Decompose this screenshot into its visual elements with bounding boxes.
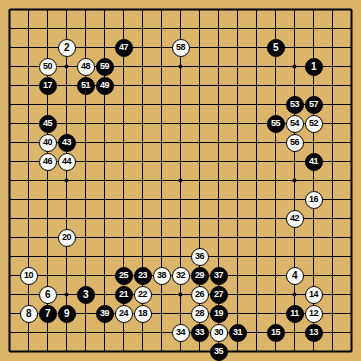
move-number: 22 — [138, 290, 147, 299]
stone-W-L4[interactable]: 26 — [191, 286, 209, 304]
move-number: 27 — [214, 290, 223, 299]
stone-B-C15[interactable]: 17 — [39, 77, 57, 95]
move-number: 9 — [64, 309, 69, 319]
stone-B-C13[interactable]: 45 — [39, 115, 57, 133]
stone-B-P2[interactable]: 15 — [267, 324, 285, 342]
move-number: 41 — [309, 157, 318, 166]
move-number: 36 — [195, 252, 204, 261]
stone-B-M3[interactable]: 19 — [210, 305, 228, 323]
move-number: 58 — [176, 43, 185, 52]
stone-W-C4[interactable]: 6 — [39, 286, 57, 304]
stone-B-M1[interactable]: 35 — [210, 343, 228, 361]
move-number: 26 — [195, 290, 204, 299]
move-number: 39 — [100, 309, 109, 318]
move-number: 56 — [290, 138, 299, 147]
move-number: 59 — [100, 62, 109, 71]
move-number: 53 — [290, 100, 299, 109]
move-number: 15 — [271, 328, 280, 337]
stone-W-Q13[interactable]: 54 — [286, 115, 304, 133]
move-number: 29 — [195, 271, 204, 280]
move-number: 11 — [290, 309, 299, 318]
move-number: 18 — [138, 309, 147, 318]
move-number: 42 — [290, 214, 299, 223]
move-number: 45 — [43, 119, 52, 128]
stone-W-K5[interactable]: 32 — [172, 267, 190, 285]
move-number: 54 — [290, 119, 299, 128]
move-number: 47 — [119, 43, 128, 52]
stone-W-K17[interactable]: 58 — [172, 39, 190, 57]
move-number: 4 — [292, 271, 297, 281]
move-number: 10 — [24, 271, 33, 280]
move-number: 43 — [62, 138, 71, 147]
stone-B-F16[interactable]: 59 — [96, 58, 114, 76]
stone-B-M4[interactable]: 27 — [210, 286, 228, 304]
stone-W-R9[interactable]: 16 — [305, 191, 323, 209]
move-number: 14 — [309, 290, 318, 299]
stone-B-Q3[interactable]: 11 — [286, 305, 304, 323]
stone-W-L6[interactable]: 36 — [191, 248, 209, 266]
stone-B-H5[interactable]: 23 — [134, 267, 152, 285]
stone-B-L2[interactable]: 33 — [191, 324, 209, 342]
stone-B-D3[interactable]: 9 — [58, 305, 76, 323]
move-number: 28 — [195, 309, 204, 318]
move-number: 51 — [81, 81, 90, 90]
stone-W-H4[interactable]: 22 — [134, 286, 152, 304]
move-number: 21 — [119, 290, 128, 299]
move-number: 37 — [214, 271, 223, 280]
stone-W-H3[interactable]: 18 — [134, 305, 152, 323]
move-number: 25 — [119, 271, 128, 280]
move-number: 57 — [309, 100, 318, 109]
move-number: 17 — [43, 81, 52, 90]
stone-W-D7[interactable]: 20 — [58, 229, 76, 247]
move-number: 19 — [214, 309, 223, 318]
move-number: 16 — [309, 195, 318, 204]
stone-W-C12[interactable]: 40 — [39, 134, 57, 152]
stone-B-M5[interactable]: 37 — [210, 267, 228, 285]
stone-B-R16[interactable]: 1 — [305, 58, 323, 76]
move-number: 44 — [62, 157, 71, 166]
stone-W-D17[interactable]: 2 — [58, 39, 76, 57]
move-number: 34 — [176, 328, 185, 337]
move-number: 31 — [233, 328, 242, 337]
stone-B-N2[interactable]: 31 — [229, 324, 247, 342]
stone-W-K2[interactable]: 34 — [172, 324, 190, 342]
move-number: 33 — [195, 328, 204, 337]
stone-B-R2[interactable]: 13 — [305, 324, 323, 342]
move-number: 3 — [83, 290, 88, 300]
stone-B-G17[interactable]: 47 — [115, 39, 133, 57]
move-number: 35 — [214, 347, 223, 356]
stone-W-E16[interactable]: 48 — [77, 58, 95, 76]
move-number: 46 — [43, 157, 52, 166]
move-number: 32 — [176, 271, 185, 280]
stone-W-L3[interactable]: 28 — [191, 305, 209, 323]
stone-B-E15[interactable]: 51 — [77, 77, 95, 95]
move-number: 40 — [43, 138, 52, 147]
move-number: 23 — [138, 271, 147, 280]
move-number: 52 — [309, 119, 318, 128]
stone-B-P17[interactable]: 5 — [267, 39, 285, 57]
move-number: 7 — [45, 309, 50, 319]
move-number: 5 — [273, 43, 278, 53]
stone-B-P13[interactable]: 55 — [267, 115, 285, 133]
move-number: 50 — [43, 62, 52, 71]
move-number: 6 — [45, 290, 50, 300]
stone-B-F3[interactable]: 39 — [96, 305, 114, 323]
move-number: 38 — [157, 271, 166, 280]
stone-B-G5[interactable]: 25 — [115, 267, 133, 285]
move-number: 30 — [214, 328, 223, 337]
stone-W-Q5[interactable]: 4 — [286, 267, 304, 285]
move-number: 48 — [81, 62, 90, 71]
move-number: 13 — [309, 328, 318, 337]
stones-layer[interactable]: 1234567891011121314151617181920212223242… — [0, 0, 361, 361]
stone-W-B3[interactable]: 8 — [20, 305, 38, 323]
stone-W-Q12[interactable]: 56 — [286, 134, 304, 152]
stone-B-C3[interactable]: 7 — [39, 305, 57, 323]
stone-B-D12[interactable]: 43 — [58, 134, 76, 152]
stone-B-R11[interactable]: 41 — [305, 153, 323, 171]
move-number: 8 — [26, 309, 31, 319]
stone-W-Q8[interactable]: 42 — [286, 210, 304, 228]
stone-W-R4[interactable]: 14 — [305, 286, 323, 304]
stone-W-M2[interactable]: 30 — [210, 324, 228, 342]
move-number: 24 — [119, 309, 128, 318]
stone-B-L5[interactable]: 29 — [191, 267, 209, 285]
stone-W-J5[interactable]: 38 — [153, 267, 171, 285]
stone-B-G4[interactable]: 21 — [115, 286, 133, 304]
stone-W-C16[interactable]: 50 — [39, 58, 57, 76]
move-number: 20 — [62, 233, 71, 242]
move-number: 55 — [271, 119, 280, 128]
go-board[interactable]: 1234567891011121314151617181920212223242… — [0, 0, 361, 361]
stone-W-R13[interactable]: 52 — [305, 115, 323, 133]
stone-W-G3[interactable]: 24 — [115, 305, 133, 323]
stone-W-B5[interactable]: 10 — [20, 267, 38, 285]
move-number: 12 — [309, 309, 318, 318]
stone-B-E4[interactable]: 3 — [77, 286, 95, 304]
stone-W-D11[interactable]: 44 — [58, 153, 76, 171]
stone-B-R14[interactable]: 57 — [305, 96, 323, 114]
stone-B-F15[interactable]: 49 — [96, 77, 114, 95]
move-number: 1 — [311, 62, 316, 72]
stone-W-R3[interactable]: 12 — [305, 305, 323, 323]
stone-B-Q14[interactable]: 53 — [286, 96, 304, 114]
stone-W-C11[interactable]: 46 — [39, 153, 57, 171]
move-number: 2 — [64, 43, 69, 53]
move-number: 49 — [100, 81, 109, 90]
